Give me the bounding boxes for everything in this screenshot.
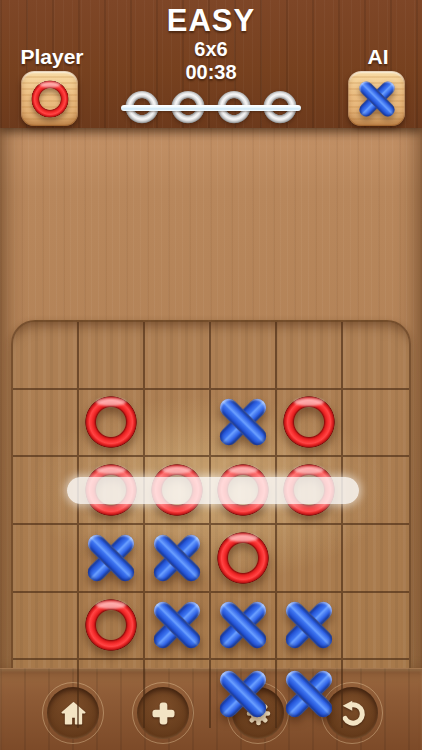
cell-r2c1[interactable] bbox=[13, 390, 79, 458]
cell-r5c4[interactable] bbox=[211, 593, 277, 661]
winning-line-highlight bbox=[67, 477, 359, 504]
player-symbol-tile bbox=[21, 71, 78, 126]
play-area bbox=[0, 128, 422, 668]
x-piece bbox=[85, 532, 137, 584]
cell-r1c3[interactable] bbox=[145, 322, 211, 390]
cell-r6c2[interactable] bbox=[79, 660, 145, 728]
cell-r6c3[interactable] bbox=[145, 660, 211, 728]
cell-r5c2[interactable] bbox=[79, 593, 145, 661]
x-piece-icon bbox=[357, 79, 397, 119]
player-label: Player bbox=[6, 45, 98, 69]
cell-r6c6[interactable] bbox=[343, 660, 409, 728]
cell-r2c5[interactable] bbox=[277, 390, 343, 458]
cell-r1c4[interactable] bbox=[211, 322, 277, 390]
o-piece bbox=[217, 532, 269, 584]
cell-r2c2[interactable] bbox=[79, 390, 145, 458]
x-piece bbox=[283, 668, 335, 720]
o-piece bbox=[283, 396, 335, 448]
cell-r4c3[interactable] bbox=[145, 525, 211, 593]
board-grid bbox=[13, 322, 409, 728]
x-piece bbox=[217, 599, 269, 651]
o-piece bbox=[85, 396, 137, 448]
cell-r2c4[interactable] bbox=[211, 390, 277, 458]
cell-r5c1[interactable] bbox=[13, 593, 79, 661]
cell-r5c5[interactable] bbox=[277, 593, 343, 661]
cell-r2c6[interactable] bbox=[343, 390, 409, 458]
ai-label: AI bbox=[332, 45, 422, 69]
x-piece bbox=[217, 668, 269, 720]
cell-r6c1[interactable] bbox=[13, 660, 79, 728]
cell-r5c6[interactable] bbox=[343, 593, 409, 661]
x-piece bbox=[151, 599, 203, 651]
cell-r4c4[interactable] bbox=[211, 525, 277, 593]
round-indicator bbox=[125, 91, 297, 125]
o-piece bbox=[85, 599, 137, 651]
cell-r5c3[interactable] bbox=[145, 593, 211, 661]
cell-r4c1[interactable] bbox=[13, 525, 79, 593]
rope-line bbox=[121, 105, 301, 111]
cell-r2c3[interactable] bbox=[145, 390, 211, 458]
app-root: EASY 6x6 00:38 Player AI bbox=[0, 0, 422, 750]
board bbox=[11, 320, 411, 730]
ai-symbol-tile bbox=[348, 71, 405, 126]
x-piece bbox=[283, 599, 335, 651]
cell-r6c5[interactable] bbox=[277, 660, 343, 728]
header: EASY 6x6 00:38 Player AI bbox=[0, 0, 422, 128]
x-piece bbox=[151, 532, 203, 584]
difficulty-label: EASY bbox=[0, 3, 422, 39]
cell-r4c6[interactable] bbox=[343, 525, 409, 593]
o-piece-icon bbox=[31, 80, 68, 117]
cell-r1c5[interactable] bbox=[277, 322, 343, 390]
cell-r1c6[interactable] bbox=[343, 322, 409, 390]
cell-r4c2[interactable] bbox=[79, 525, 145, 593]
cell-r6c4[interactable] bbox=[211, 660, 277, 728]
cell-r4c5[interactable] bbox=[277, 525, 343, 593]
cell-r1c2[interactable] bbox=[79, 322, 145, 390]
x-piece bbox=[217, 396, 269, 448]
cell-r1c1[interactable] bbox=[13, 322, 79, 390]
